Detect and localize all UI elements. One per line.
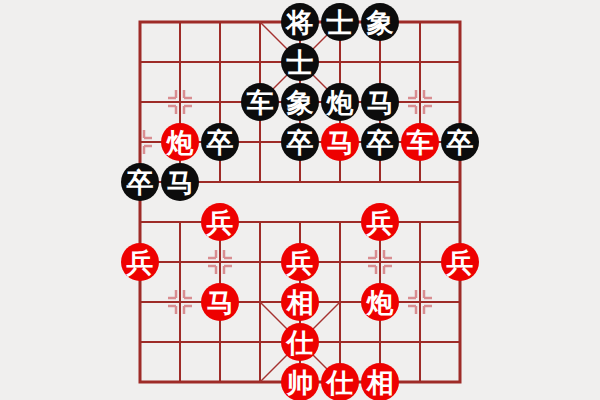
piece-red-soldier[interactable]: 兵 <box>201 203 239 241</box>
piece-red-soldier[interactable]: 兵 <box>361 203 399 241</box>
piece-black-horse[interactable]: 马 <box>161 163 199 201</box>
piece-red-advisor[interactable]: 仕 <box>321 363 359 400</box>
piece-black-chariot[interactable]: 车 <box>241 83 279 121</box>
piece-red-cannon[interactable]: 炮 <box>161 123 199 161</box>
piece-red-horse[interactable]: 马 <box>321 123 359 161</box>
piece-black-elephant[interactable]: 象 <box>361 3 399 41</box>
piece-red-horse[interactable]: 马 <box>201 283 239 321</box>
piece-red-advisor[interactable]: 仕 <box>281 323 319 361</box>
piece-black-soldier[interactable]: 卒 <box>361 123 399 161</box>
piece-black-soldier[interactable]: 卒 <box>121 163 159 201</box>
piece-black-cannon[interactable]: 炮 <box>321 83 359 121</box>
piece-black-soldier[interactable]: 卒 <box>201 123 239 161</box>
piece-black-general[interactable]: 将 <box>281 3 319 41</box>
piece-red-elephant[interactable]: 相 <box>281 283 319 321</box>
piece-black-soldier[interactable]: 卒 <box>281 123 319 161</box>
piece-red-cannon[interactable]: 炮 <box>361 283 399 321</box>
piece-black-soldier[interactable]: 卒 <box>441 123 479 161</box>
piece-black-elephant[interactable]: 象 <box>281 83 319 121</box>
piece-red-soldier[interactable]: 兵 <box>281 243 319 281</box>
xiangqi-app: 将士象士车象炮马炮卒卒马卒车卒卒马兵兵兵兵兵马相炮仕帅仕相 <box>0 0 600 400</box>
piece-red-soldier[interactable]: 兵 <box>121 243 159 281</box>
piece-red-elephant[interactable]: 相 <box>361 363 399 400</box>
piece-red-soldier[interactable]: 兵 <box>441 243 479 281</box>
piece-black-advisor[interactable]: 士 <box>281 43 319 81</box>
piece-black-horse[interactable]: 马 <box>361 83 399 121</box>
piece-black-advisor[interactable]: 士 <box>321 3 359 41</box>
piece-red-general[interactable]: 帅 <box>281 363 319 400</box>
piece-red-chariot[interactable]: 车 <box>401 123 439 161</box>
